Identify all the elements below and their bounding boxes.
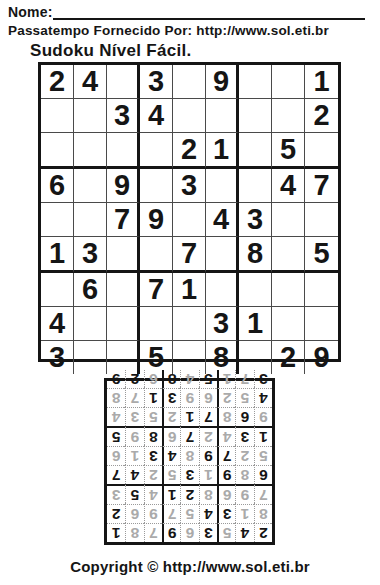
puzzle-cell-r8c1: 4 [41, 307, 74, 341]
puzzle-cell-r4c2[interactable] [74, 169, 107, 203]
puzzle-cell-r8c2[interactable] [74, 307, 107, 341]
puzzle-cell-r7c7[interactable] [239, 273, 272, 307]
puzzle-cell-r5c9[interactable] [305, 203, 338, 237]
solution-cell-r4c4: 1 [199, 465, 217, 484]
page-title: Sudoku Nível Fácil. [30, 41, 192, 61]
solution-cell-r4c7: 2 [144, 465, 162, 484]
puzzle-cell-r4c8: 4 [272, 169, 305, 203]
puzzle-cell-r9c2[interactable] [74, 341, 107, 374]
puzzle-cell-r6c5: 7 [173, 237, 206, 273]
solution-cell-r1c8: 8 [125, 523, 143, 542]
solution-cell-r5c8: 1 [125, 446, 143, 465]
solution-cell-r8c9: 8 [107, 388, 125, 407]
name-row: Nome: [8, 3, 365, 20]
puzzle-cell-r2c5[interactable] [173, 99, 206, 133]
sudoku-worksheet-page: Nome: Passatempo Fornecido Por: http://w… [0, 0, 380, 585]
solution-cell-r1c2: 4 [235, 523, 253, 542]
solution-cell-r5c9: 6 [107, 446, 125, 465]
solution-cell-r3c7: 4 [144, 484, 162, 504]
solution-cell-r6c1: 1 [254, 426, 272, 446]
solution-cell-r4c1: 6 [254, 465, 272, 484]
solution-cell-r8c8: 7 [125, 388, 143, 407]
solution-cell-r7c7: 5 [144, 407, 162, 426]
puzzle-cell-r5c3: 7 [107, 203, 140, 237]
solution-cell-r3c6: 1 [162, 484, 180, 504]
puzzle-cell-r2c6[interactable] [206, 99, 239, 133]
solution-cell-r1c7: 7 [144, 523, 162, 542]
puzzle-cell-r1c5[interactable] [173, 65, 206, 99]
puzzle-cell-r6c2: 3 [74, 237, 107, 273]
solution-cell-r7c8: 3 [125, 407, 143, 426]
sudoku-puzzle-grid[interactable]: 243913422156934779431378567143135829 [38, 62, 341, 362]
solution-cell-r3c1: 7 [254, 484, 272, 504]
puzzle-cell-r3c1[interactable] [41, 133, 74, 169]
name-label: Nome: [8, 4, 53, 20]
solution-cell-r8c7: 1 [144, 388, 162, 407]
name-underline[interactable] [53, 3, 365, 20]
solution-cell-r5c1: 5 [254, 446, 272, 465]
solution-cell-r3c5: 2 [180, 484, 198, 504]
puzzle-cell-r6c9: 5 [305, 237, 338, 273]
solution-cell-r9c8: 2 [125, 370, 143, 388]
puzzle-cell-r6c1: 1 [41, 237, 74, 273]
puzzle-cell-r2c4: 4 [140, 99, 173, 133]
puzzle-cell-r2c8[interactable] [272, 99, 305, 133]
solution-cell-r6c8: 9 [125, 426, 143, 446]
puzzle-cell-r8c9[interactable] [305, 307, 338, 341]
puzzle-cell-r4c6[interactable] [206, 169, 239, 203]
puzzle-cell-r6c8[interactable] [272, 237, 305, 273]
solution-cell-r5c3: 7 [217, 446, 235, 465]
solution-cell-r4c3: 9 [217, 465, 235, 484]
puzzle-cell-r1c7[interactable] [239, 65, 272, 99]
solution-cell-r3c9: 3 [107, 484, 125, 504]
puzzle-cell-r7c6[interactable] [206, 273, 239, 307]
solution-cell-r9c6: 8 [162, 370, 180, 388]
solution-cell-r2c9: 2 [107, 504, 125, 523]
puzzle-cell-r5c6: 4 [206, 203, 239, 237]
puzzle-cell-r3c3[interactable] [107, 133, 140, 169]
puzzle-cell-r6c3[interactable] [107, 237, 140, 273]
solution-cell-r8c4: 6 [199, 388, 217, 407]
solution-cell-r2c5: 5 [180, 504, 198, 523]
puzzle-cell-r3c2[interactable] [74, 133, 107, 169]
solution-cell-r2c2: 1 [235, 504, 253, 523]
solution-cell-r2c4: 4 [199, 504, 217, 523]
solution-cell-r5c5: 8 [180, 446, 198, 465]
solution-cell-r2c6: 7 [162, 504, 180, 523]
solution-cell-r2c8: 6 [125, 504, 143, 523]
solution-cell-r1c4: 3 [199, 523, 217, 542]
solution-cell-r4c2: 8 [235, 465, 253, 484]
puzzle-cell-r6c4[interactable] [140, 237, 173, 273]
solution-cell-r6c2: 3 [235, 426, 253, 446]
solution-cell-r6c7: 8 [144, 426, 162, 446]
puzzle-cell-r2c1[interactable] [41, 99, 74, 133]
puzzle-cell-r3c4[interactable] [140, 133, 173, 169]
puzzle-cell-r3c5: 2 [173, 133, 206, 169]
solution-cell-r2c3: 3 [217, 504, 235, 523]
puzzle-cell-r1c9: 1 [305, 65, 338, 99]
solution-cell-r3c3: 6 [217, 484, 235, 504]
solution-cell-r9c9: 9 [107, 370, 125, 388]
solution-cell-r4c5: 3 [180, 465, 198, 484]
puzzle-cell-r6c7: 8 [239, 237, 272, 273]
solution-cell-r2c7: 9 [144, 504, 162, 523]
puzzle-cell-r1c6: 9 [206, 65, 239, 99]
puzzle-cell-r3c6: 1 [206, 133, 239, 169]
solution-cell-r5c2: 2 [235, 446, 253, 465]
copyright-text: Copyright © http://www.sol.eti.br [0, 558, 380, 575]
puzzle-cell-r4c5: 3 [173, 169, 206, 203]
puzzle-cell-r9c9: 9 [305, 341, 338, 374]
solution-cell-r1c6: 9 [162, 523, 180, 542]
solution-cell-r5c7: 3 [144, 446, 162, 465]
puzzle-cell-r8c8[interactable] [272, 307, 305, 341]
puzzle-cell-r1c1: 2 [41, 65, 74, 99]
puzzle-cell-r7c9[interactable] [305, 273, 338, 307]
solution-cell-r9c7: 6 [144, 370, 162, 388]
solution-cell-r7c6: 2 [162, 407, 180, 426]
solution-cell-r7c2: 6 [235, 407, 253, 426]
puzzle-cell-r7c2: 6 [74, 273, 107, 307]
solution-cell-r8c6: 3 [162, 388, 180, 407]
solution-cell-r9c4: 5 [199, 370, 217, 388]
solution-cell-r3c8: 5 [125, 484, 143, 504]
solution-cell-r9c1: 3 [254, 370, 272, 388]
puzzle-cell-r3c9[interactable] [305, 133, 338, 169]
solution-cell-r3c4: 8 [199, 484, 217, 504]
puzzle-cell-r8c4[interactable] [140, 307, 173, 341]
puzzle-cell-r4c9: 7 [305, 169, 338, 203]
solution-cell-r7c1: 9 [254, 407, 272, 426]
puzzle-cell-r7c4: 7 [140, 273, 173, 307]
solution-cell-r8c3: 2 [217, 388, 235, 407]
puzzle-cell-r7c1[interactable] [41, 273, 74, 307]
solution-cell-r7c3: 8 [217, 407, 235, 426]
solution-cell-r5c6: 4 [162, 446, 180, 465]
solution-cell-r9c3: 1 [217, 370, 235, 388]
puzzle-cell-r8c3[interactable] [107, 307, 140, 341]
solution-cell-r6c3: 4 [217, 426, 235, 446]
puzzle-cell-r7c5: 1 [173, 273, 206, 307]
puzzle-cell-r2c7[interactable] [239, 99, 272, 133]
solution-cell-r1c3: 5 [217, 523, 235, 542]
solution-cell-r3c2: 9 [235, 484, 253, 504]
puzzle-cell-r3c7[interactable] [239, 133, 272, 169]
solution-cell-r4c8: 4 [125, 465, 143, 484]
solution-cell-r4c9: 7 [107, 465, 125, 484]
solution-cell-r5c4: 9 [199, 446, 217, 465]
solution-cell-r1c1: 2 [254, 523, 272, 542]
puzzle-cell-r5c7: 3 [239, 203, 272, 237]
puzzle-cell-r2c3: 3 [107, 99, 140, 133]
puzzle-cell-r1c3[interactable] [107, 65, 140, 99]
solution-cell-r9c5: 4 [180, 370, 198, 388]
puzzle-cell-r2c9: 2 [305, 99, 338, 133]
provided-by-text: Passatempo Fornecido Por: http://www.sol… [8, 23, 329, 38]
puzzle-cell-r5c1[interactable] [41, 203, 74, 237]
puzzle-cell-r5c2[interactable] [74, 203, 107, 237]
solution-cell-r6c4: 2 [199, 426, 217, 446]
puzzle-cell-r1c2: 4 [74, 65, 107, 99]
solution-cell-r6c5: 7 [180, 426, 198, 446]
solution-cell-r9c2: 7 [235, 370, 253, 388]
puzzle-cell-r4c4[interactable] [140, 169, 173, 203]
puzzle-cell-r8c7: 1 [239, 307, 272, 341]
puzzle-cell-r2c2[interactable] [74, 99, 107, 133]
solution-cell-r8c1: 4 [254, 388, 272, 407]
solution-cell-r4c6: 5 [162, 465, 180, 484]
puzzle-cell-r8c6: 3 [206, 307, 239, 341]
solution-cell-r1c5: 6 [180, 523, 198, 542]
puzzle-cell-r3c8: 5 [272, 133, 305, 169]
puzzle-cell-r9c8: 2 [272, 341, 305, 374]
puzzle-cell-r4c1: 6 [41, 169, 74, 203]
puzzle-cell-r5c8[interactable] [272, 203, 305, 237]
solution-cell-r2c1: 8 [254, 504, 272, 523]
puzzle-cell-r5c5[interactable] [173, 203, 206, 237]
puzzle-cell-r6c6[interactable] [206, 237, 239, 273]
solution-cell-r1c9: 1 [107, 523, 125, 542]
solution-cell-r6c9: 5 [107, 426, 125, 446]
puzzle-cell-r4c7[interactable] [239, 169, 272, 203]
solution-cell-r8c2: 5 [235, 388, 253, 407]
solution-cell-r7c5: 1 [180, 407, 198, 426]
solution-cell-r7c9: 4 [107, 407, 125, 426]
puzzle-cell-r5c4: 9 [140, 203, 173, 237]
puzzle-cell-r8c5[interactable] [173, 307, 206, 341]
solution-cell-r7c4: 7 [199, 407, 217, 426]
puzzle-cell-r4c3: 9 [107, 169, 140, 203]
puzzle-cell-r7c3[interactable] [107, 273, 140, 307]
sudoku-solution-grid-rotated: 2453697818134579627968214536891352475279… [104, 378, 275, 545]
puzzle-cell-r9c1: 3 [41, 341, 74, 374]
solution-cell-r8c5: 9 [180, 388, 198, 407]
puzzle-cell-r1c4: 3 [140, 65, 173, 99]
puzzle-cell-r7c8[interactable] [272, 273, 305, 307]
solution-cell-r6c6: 6 [162, 426, 180, 446]
puzzle-cell-r1c8[interactable] [272, 65, 305, 99]
